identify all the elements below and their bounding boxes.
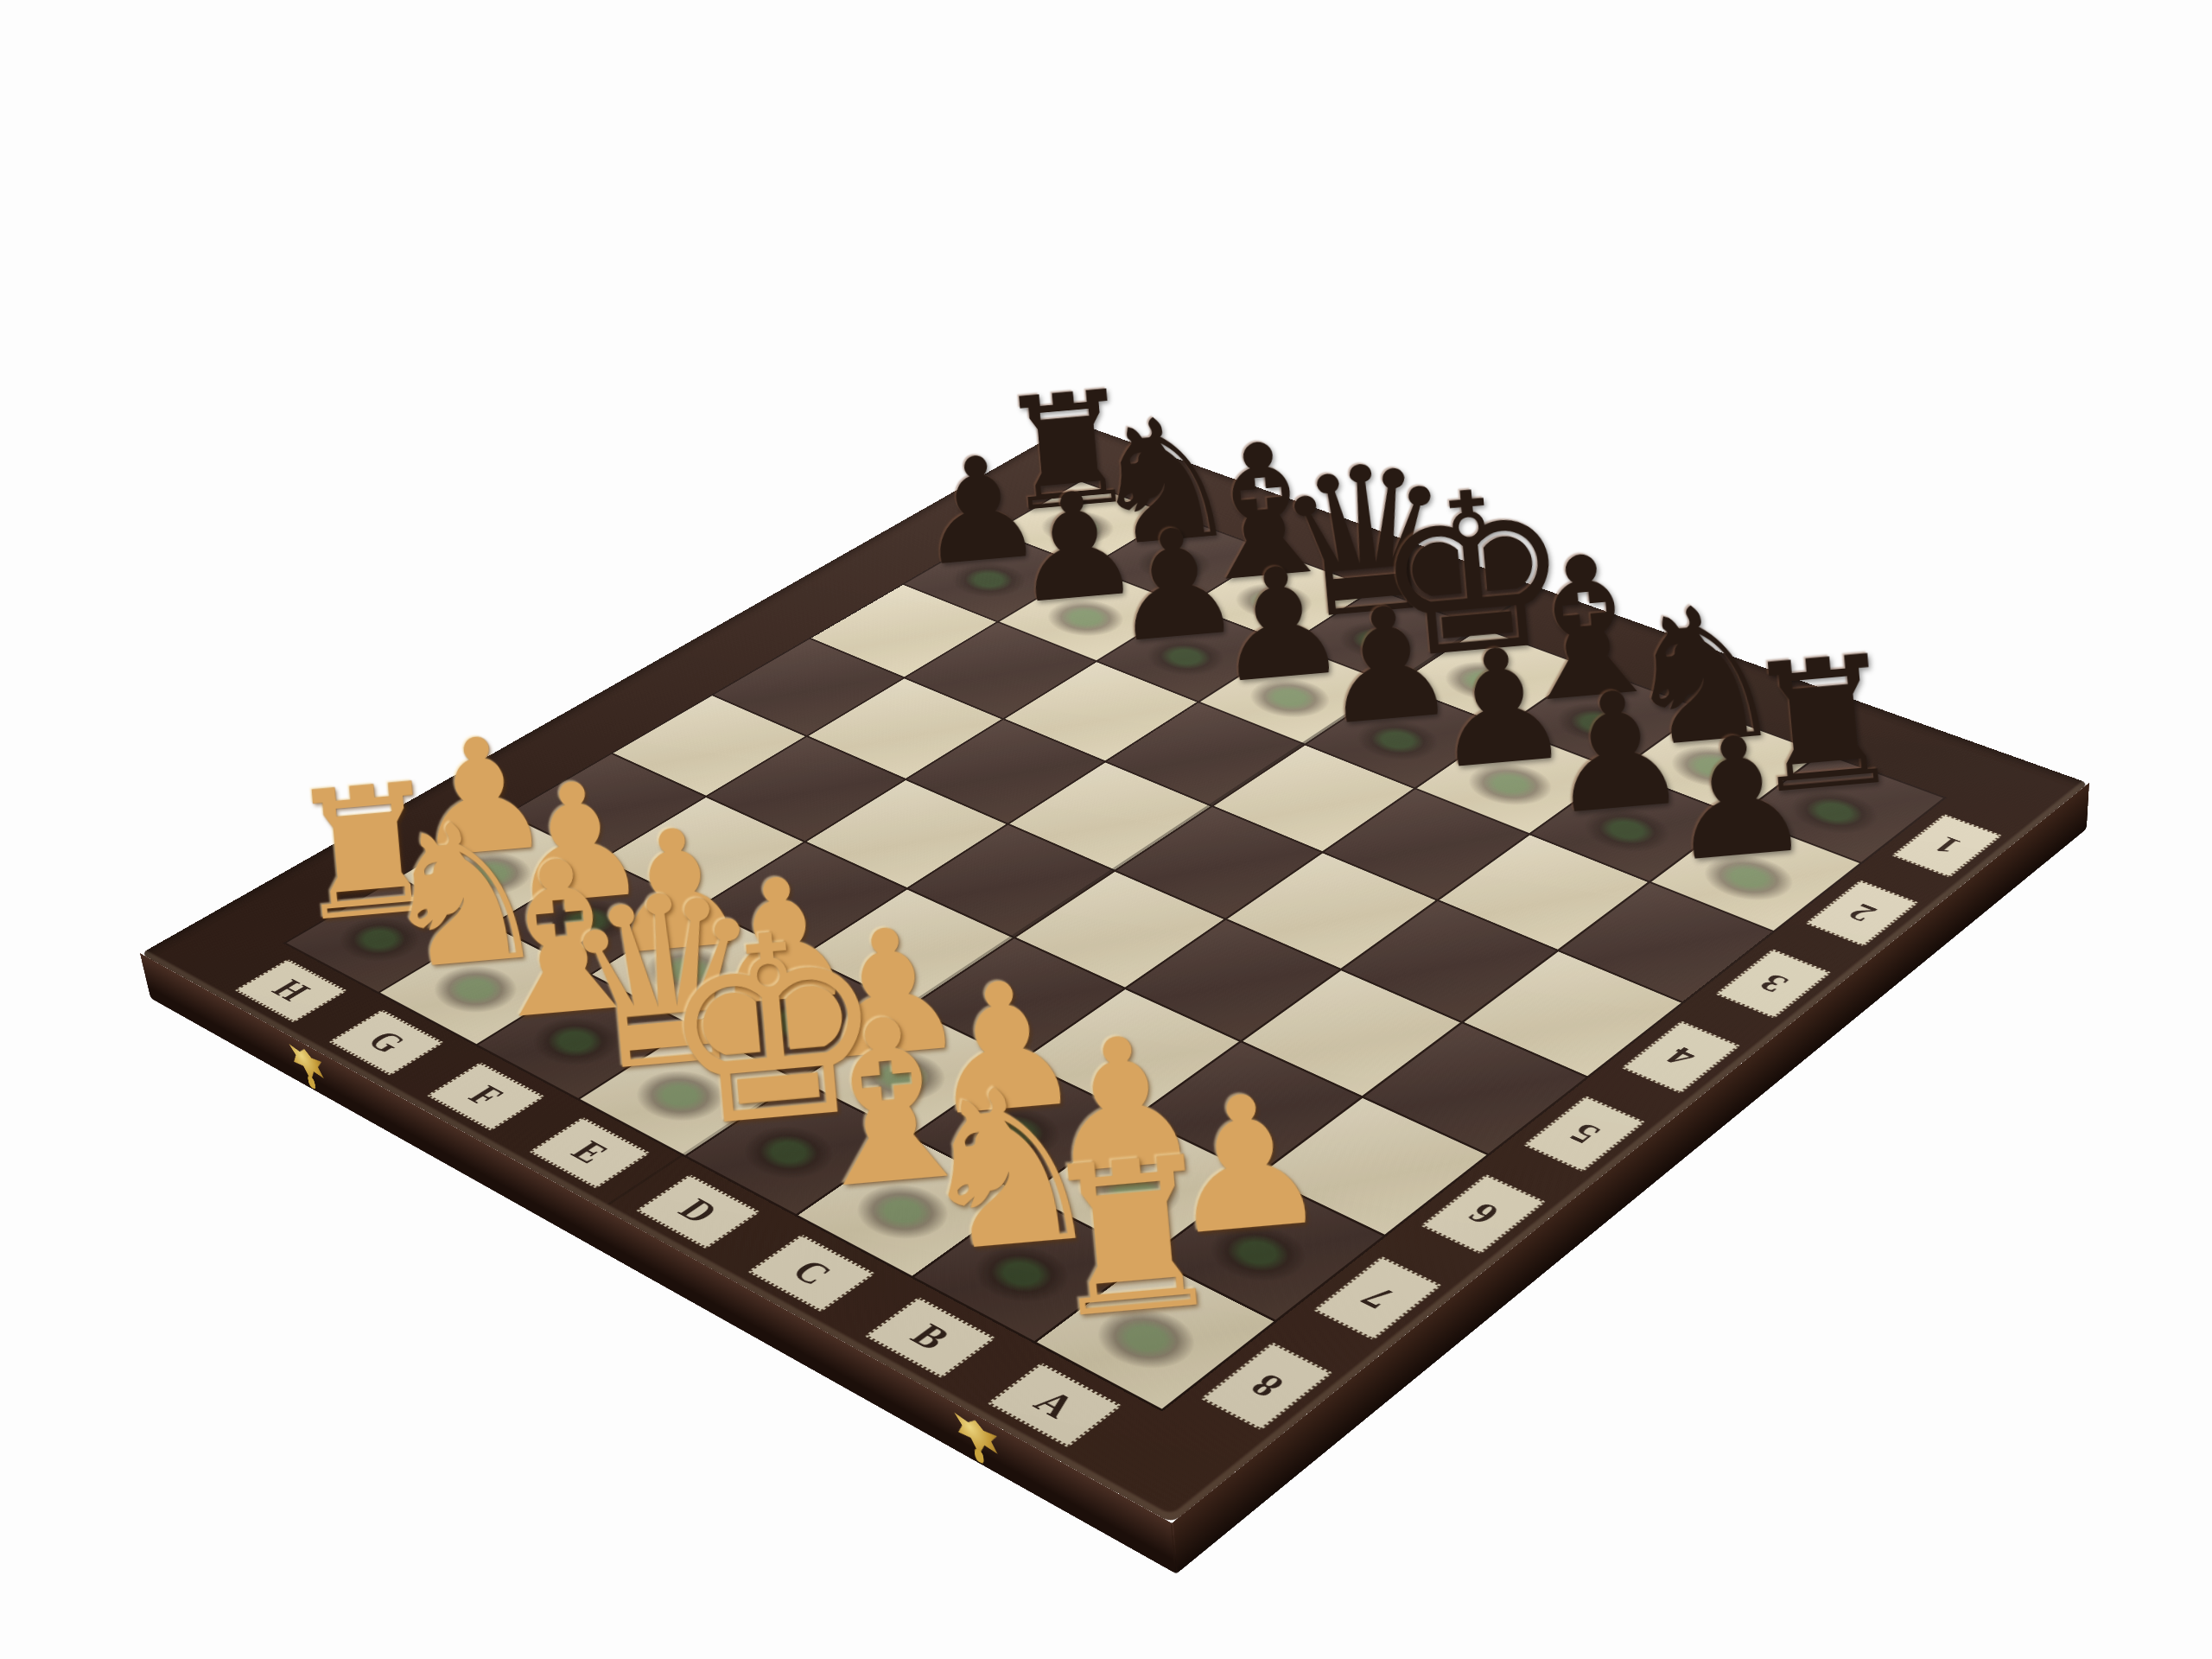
black-pawn-icon: ♟ <box>1599 706 1877 892</box>
product-photo-page: ♜♞♝♛♚♝♞♜♟♟♟♟♟♟♟♟♟♟♟♟♟♟♟♟♜♞♝♛♚♝♞♜ HGFEDCB… <box>0 0 2212 1659</box>
chessboard: ♜♞♝♛♚♝♞♜♟♟♟♟♟♟♟♟♟♟♟♟♟♟♟♟♜♞♝♛♚♝♞♜ HGFEDCB… <box>141 423 2088 1523</box>
clasp-pin <box>974 1447 984 1465</box>
clasp-pin <box>307 1075 316 1090</box>
file-label-H: H <box>234 959 347 1023</box>
white-rook-icon: ♜ <box>973 1122 1293 1355</box>
square-a5[interactable] <box>1364 1023 1586 1154</box>
clasp-leaf <box>288 1040 327 1090</box>
file-label-G: G <box>328 1009 444 1076</box>
brass-clasp-icon <box>288 1040 327 1090</box>
board-squares: ♜♞♝♛♚♝♞♜♟♟♟♟♟♟♟♟♟♟♟♟♟♟♟♟♜♞♝♛♚♝♞♜ <box>283 480 1947 1412</box>
